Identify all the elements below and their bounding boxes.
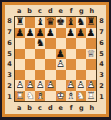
file-label-g: g (76, 5, 86, 16)
square-f8[interactable]: ♝ (66, 17, 76, 28)
rank-label-7: 7 (5, 27, 14, 38)
square-e4[interactable]: ♟♙ (56, 59, 66, 70)
square-d6[interactable] (45, 38, 55, 49)
square-a1[interactable]: ♜♖ (15, 91, 25, 102)
square-a6[interactable] (15, 38, 25, 49)
rank-label-6: 6 (97, 38, 106, 49)
file-label-h: h (87, 5, 97, 16)
square-c4[interactable] (35, 59, 45, 70)
white-pawn: ♟♙ (76, 80, 86, 91)
file-label-g: g (76, 102, 86, 114)
square-h7[interactable]: ♟ (86, 28, 96, 39)
rank-label-1: 1 (97, 91, 106, 102)
file-label-d: d (45, 102, 55, 114)
rank-label-6: 6 (5, 38, 14, 49)
square-d5[interactable] (45, 49, 55, 60)
file-label-b: b (24, 5, 34, 16)
board-frame: abcdefgh 87654321 ♜♝♛♚♝♞♜♟♟♟♟♟♟♟♞♟♛♕♟♙♟♙… (2, 2, 109, 117)
square-g6[interactable] (76, 38, 86, 49)
square-g4[interactable] (76, 59, 86, 70)
file-label-c: c (35, 5, 45, 16)
square-a2[interactable]: ♟♙ (15, 80, 25, 91)
rank-label-5: 5 (5, 48, 14, 59)
black-pawn: ♟ (76, 28, 86, 39)
white-knight: ♞♘ (76, 91, 86, 102)
file-label-a: a (14, 102, 24, 114)
black-pawn: ♟ (66, 28, 76, 39)
square-h6[interactable] (86, 38, 96, 49)
square-d7[interactable]: ♟ (45, 28, 55, 39)
white-bishop: ♝♗ (35, 91, 45, 102)
square-b7[interactable]: ♟ (25, 28, 35, 39)
black-rook: ♜ (86, 17, 96, 28)
square-a8[interactable]: ♜ (15, 17, 25, 28)
square-f6[interactable] (66, 38, 76, 49)
file-label-a: a (14, 5, 24, 16)
square-h4[interactable] (86, 59, 96, 70)
black-rook: ♜ (15, 17, 25, 28)
rank-label-7: 7 (97, 27, 106, 38)
rank-labels-left: 87654321 (5, 16, 14, 102)
white-pawn: ♟♙ (25, 80, 35, 91)
square-b1[interactable]: ♞♘ (25, 91, 35, 102)
white-pawn: ♟♙ (15, 80, 25, 91)
black-pawn: ♟ (45, 28, 55, 39)
square-g8[interactable]: ♞ (76, 17, 86, 28)
file-labels-bottom: abcdefgh (14, 102, 97, 114)
black-knight: ♞ (35, 38, 45, 49)
file-label-e: e (56, 5, 66, 16)
square-b4[interactable] (25, 59, 35, 70)
rank-label-3: 3 (97, 70, 106, 81)
square-b2[interactable]: ♟♙ (25, 80, 35, 91)
square-b6[interactable] (25, 38, 35, 49)
square-a5[interactable] (15, 49, 25, 60)
square-h1[interactable]: ♜♖ (86, 91, 96, 102)
square-f7[interactable]: ♟ (66, 28, 76, 39)
square-d2[interactable]: ♟♙ (45, 80, 55, 91)
board: ♜♝♛♚♝♞♜♟♟♟♟♟♟♟♞♟♛♕♟♙♟♙♟♙♟♙♟♙♟♙♟♙♟♙♜♖♞♘♝♗… (14, 16, 97, 102)
rank-label-8: 8 (5, 16, 14, 27)
square-c5[interactable] (35, 49, 45, 60)
file-label-e: e (56, 102, 66, 114)
square-f2[interactable]: ♟♙ (66, 80, 76, 91)
square-c1[interactable]: ♝♗ (35, 91, 45, 102)
black-queen: ♛ (45, 17, 55, 28)
square-e3[interactable] (56, 70, 66, 81)
white-pawn: ♟♙ (56, 59, 66, 70)
square-e6[interactable] (56, 38, 66, 49)
square-c2[interactable]: ♟♙ (35, 80, 45, 91)
rank-label-8: 8 (97, 16, 106, 27)
rank-label-2: 2 (5, 81, 14, 92)
square-g7[interactable]: ♟ (76, 28, 86, 39)
square-g5[interactable] (76, 49, 86, 60)
square-h5[interactable]: ♛♕ (86, 49, 96, 60)
white-pawn: ♟♙ (86, 80, 96, 91)
black-pawn: ♟ (25, 28, 35, 39)
white-knight: ♞♘ (25, 91, 35, 102)
square-f5[interactable] (66, 49, 76, 60)
square-g1[interactable]: ♞♘ (76, 91, 86, 102)
square-a4[interactable] (15, 59, 25, 70)
square-d4[interactable] (45, 59, 55, 70)
square-g2[interactable]: ♟♙ (76, 80, 86, 91)
white-pawn: ♟♙ (35, 80, 45, 91)
file-labels-top: abcdefgh (14, 5, 97, 16)
file-label-b: b (24, 102, 34, 114)
file-label-c: c (35, 102, 45, 114)
white-queen: ♛♕ (86, 49, 96, 60)
square-a7[interactable]: ♟ (15, 28, 25, 39)
black-pawn: ♟ (15, 28, 25, 39)
file-label-f: f (66, 5, 76, 16)
square-c6[interactable]: ♞ (35, 38, 45, 49)
square-h2[interactable]: ♟♙ (86, 80, 96, 91)
white-bishop: ♝♗ (66, 91, 76, 102)
square-c8[interactable]: ♝ (35, 17, 45, 28)
square-e7[interactable] (56, 28, 66, 39)
square-e2[interactable] (56, 80, 66, 91)
black-king: ♚ (56, 17, 66, 28)
square-h8[interactable]: ♜ (86, 17, 96, 28)
black-bishop: ♝ (66, 17, 76, 28)
rank-label-4: 4 (97, 59, 106, 70)
rank-label-3: 3 (5, 70, 14, 81)
square-e8[interactable]: ♚ (56, 17, 66, 28)
white-king: ♚♔ (56, 91, 66, 102)
square-f4[interactable] (66, 59, 76, 70)
square-b5[interactable] (25, 49, 35, 60)
rank-label-1: 1 (5, 91, 14, 102)
square-d8[interactable]: ♛ (45, 17, 55, 28)
white-pawn: ♟♙ (45, 80, 55, 91)
square-e1[interactable]: ♚♔ (56, 91, 66, 102)
square-d1[interactable] (45, 91, 55, 102)
rank-label-2: 2 (97, 81, 106, 92)
file-label-h: h (87, 102, 97, 114)
square-f1[interactable]: ♝♗ (66, 91, 76, 102)
board-margin: abcdefgh 87654321 ♜♝♛♚♝♞♜♟♟♟♟♟♟♟♞♟♛♕♟♙♟♙… (5, 5, 106, 114)
black-pawn: ♟ (86, 28, 96, 39)
white-pawn: ♟♙ (66, 80, 76, 91)
white-rook: ♜♖ (86, 91, 96, 102)
file-label-d: d (45, 5, 55, 16)
rank-label-4: 4 (5, 59, 14, 70)
rank-labels-right: 87654321 (97, 16, 106, 102)
rank-label-5: 5 (97, 48, 106, 59)
chess-board-diagram: abcdefgh 87654321 ♜♝♛♚♝♞♜♟♟♟♟♟♟♟♞♟♛♕♟♙♟♙… (0, 0, 111, 120)
black-knight: ♞ (76, 17, 86, 28)
square-b8[interactable] (25, 17, 35, 28)
black-bishop: ♝ (35, 17, 45, 28)
white-rook: ♜♖ (15, 91, 25, 102)
file-label-f: f (66, 102, 76, 114)
